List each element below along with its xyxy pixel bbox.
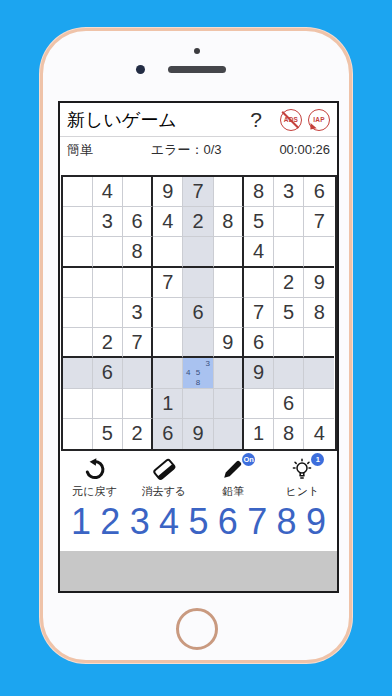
iap-restore-icon: IAP xyxy=(313,116,324,123)
cell-r4c7[interactable] xyxy=(244,268,274,298)
cell-r8c9[interactable] xyxy=(304,389,334,419)
cell-r9c2[interactable]: 5 xyxy=(93,419,123,449)
cell-r2c2[interactable]: 3 xyxy=(93,207,123,237)
cell-r8c3[interactable] xyxy=(123,389,153,419)
error-counter: エラー：0/3 xyxy=(93,141,279,159)
cell-r8c8[interactable]: 6 xyxy=(274,389,304,419)
cell-r6c7[interactable]: 6 xyxy=(244,328,274,358)
undo-label: 元に戻す xyxy=(72,484,117,499)
cell-r2c1[interactable] xyxy=(63,207,93,237)
pencil-on-badge: On xyxy=(242,453,255,466)
timer: 00:00:26 xyxy=(279,142,330,157)
hint-button[interactable]: 1 ヒント xyxy=(268,456,337,499)
sudoku-board: 4978363642857847293675827966345891652691… xyxy=(61,175,337,451)
title-bar: 新しいゲーム ? ADS IAP xyxy=(60,103,337,136)
remove-ads-button[interactable]: ADS xyxy=(280,109,302,131)
cell-r1c3[interactable] xyxy=(123,177,153,207)
cell-r3c6[interactable] xyxy=(214,237,244,267)
erase-button[interactable]: 消去する xyxy=(129,456,198,499)
cell-r5c2[interactable] xyxy=(93,298,123,328)
cell-r7c6[interactable] xyxy=(214,358,244,388)
cell-r1c7[interactable]: 8 xyxy=(244,177,274,207)
cell-r9c1[interactable] xyxy=(63,419,93,449)
cell-r6c5[interactable] xyxy=(183,328,213,358)
arrow-icon xyxy=(307,123,316,132)
number-button-6[interactable]: 6 xyxy=(218,504,238,540)
cell-r6c1[interactable] xyxy=(63,328,93,358)
cell-r2c7[interactable]: 5 xyxy=(244,207,274,237)
cell-r9c7[interactable]: 1 xyxy=(244,419,274,449)
cell-r8c6[interactable] xyxy=(214,389,244,419)
toolbar: 元に戻す 消去する On xyxy=(60,456,337,499)
cell-r1c6[interactable] xyxy=(214,177,244,207)
cell-r7c9[interactable] xyxy=(304,358,334,388)
cell-r7c2[interactable]: 6 xyxy=(93,358,123,388)
cell-r4c5[interactable] xyxy=(183,268,213,298)
cell-r3c8[interactable] xyxy=(274,237,304,267)
cell-r8c7[interactable] xyxy=(244,389,274,419)
page-title: 新しいゲーム xyxy=(67,108,177,132)
cell-r2c8[interactable] xyxy=(274,207,304,237)
cell-r3c4[interactable] xyxy=(153,237,183,267)
lightbulb-icon: 1 xyxy=(289,456,315,482)
cell-r9c6[interactable] xyxy=(214,419,244,449)
phone-frame: 新しいゲーム ? ADS IAP 簡単 エラー：0/3 00:00:26 497… xyxy=(40,28,352,663)
cell-r6c8[interactable] xyxy=(274,328,304,358)
cell-r4c1[interactable] xyxy=(63,268,93,298)
cell-r8c5[interactable] xyxy=(183,389,213,419)
number-button-2[interactable]: 2 xyxy=(100,504,120,540)
cell-r6c4[interactable] xyxy=(153,328,183,358)
cell-r3c5[interactable] xyxy=(183,237,213,267)
undo-icon xyxy=(82,456,108,482)
undo-button[interactable]: 元に戻す xyxy=(60,456,129,499)
cell-r9c4[interactable]: 6 xyxy=(153,419,183,449)
cell-r2c3[interactable]: 6 xyxy=(123,207,153,237)
status-bar: 簡単 エラー：0/3 00:00:26 xyxy=(60,136,337,162)
cell-r5c9[interactable]: 8 xyxy=(304,298,334,328)
charging-port xyxy=(171,660,227,663)
cell-r5c4[interactable] xyxy=(153,298,183,328)
cell-r4c8[interactable]: 2 xyxy=(274,268,304,298)
hint-label: ヒント xyxy=(285,484,319,499)
difficulty-label: 簡単 xyxy=(67,141,93,159)
cell-r4c3[interactable] xyxy=(123,268,153,298)
number-button-8[interactable]: 8 xyxy=(277,504,297,540)
cell-r5c5[interactable]: 6 xyxy=(183,298,213,328)
number-button-4[interactable]: 4 xyxy=(159,504,179,540)
cell-r1c2[interactable]: 4 xyxy=(93,177,123,207)
cell-r1c4[interactable]: 9 xyxy=(153,177,183,207)
cell-r7c1[interactable] xyxy=(63,358,93,388)
cell-r4c4[interactable]: 7 xyxy=(153,268,183,298)
cell-r7c8[interactable] xyxy=(274,358,304,388)
cell-r9c8[interactable]: 8 xyxy=(274,419,304,449)
hint-count-badge: 1 xyxy=(311,453,324,466)
restore-purchase-button[interactable]: IAP xyxy=(308,109,330,131)
cell-r2c6[interactable]: 8 xyxy=(214,207,244,237)
number-button-1[interactable]: 1 xyxy=(71,504,91,540)
ad-banner xyxy=(60,551,337,591)
cell-r3c9[interactable] xyxy=(304,237,334,267)
cell-r3c7[interactable]: 4 xyxy=(244,237,274,267)
help-button[interactable]: ? xyxy=(250,108,262,132)
cell-r3c2[interactable] xyxy=(93,237,123,267)
cell-r5c6[interactable] xyxy=(214,298,244,328)
pencil-label: 鉛筆 xyxy=(222,484,244,499)
cell-r8c4[interactable]: 1 xyxy=(153,389,183,419)
cell-r3c3[interactable]: 8 xyxy=(123,237,153,267)
front-camera-icon xyxy=(136,65,145,74)
cell-r9c9[interactable]: 4 xyxy=(304,419,334,449)
cell-r6c6[interactable]: 9 xyxy=(214,328,244,358)
cell-r6c3[interactable]: 7 xyxy=(123,328,153,358)
cell-r9c3[interactable]: 2 xyxy=(123,419,153,449)
app-screen: 新しいゲーム ? ADS IAP 簡単 エラー：0/3 00:00:26 497… xyxy=(58,101,339,593)
number-button-5[interactable]: 5 xyxy=(188,504,208,540)
cell-r1c8[interactable]: 3 xyxy=(274,177,304,207)
cell-r7c3[interactable] xyxy=(123,358,153,388)
cell-r1c1[interactable] xyxy=(63,177,93,207)
cell-r8c1[interactable] xyxy=(63,389,93,419)
cell-r5c3[interactable]: 3 xyxy=(123,298,153,328)
cell-r5c1[interactable] xyxy=(63,298,93,328)
number-button-3[interactable]: 3 xyxy=(130,504,150,540)
eraser-icon xyxy=(151,456,177,482)
cell-r9c5[interactable]: 9 xyxy=(183,419,213,449)
number-button-9[interactable]: 9 xyxy=(306,504,326,540)
board-container: 4978363642857847293675827966345891652691… xyxy=(60,175,337,451)
cell-r1c5[interactable]: 7 xyxy=(183,177,213,207)
cell-r2c4[interactable]: 4 xyxy=(153,207,183,237)
cell-r7c5[interactable]: 3458 xyxy=(183,358,213,388)
cell-r4c6[interactable] xyxy=(214,268,244,298)
pencil-button[interactable]: On 鉛筆 xyxy=(199,456,268,499)
cell-r6c9[interactable] xyxy=(304,328,334,358)
cell-r7c4[interactable] xyxy=(153,358,183,388)
proximity-sensor-icon xyxy=(194,48,200,54)
cell-r3c1[interactable] xyxy=(63,237,93,267)
number-button-7[interactable]: 7 xyxy=(247,504,267,540)
pencil-marks: 3458 xyxy=(183,358,212,387)
cell-r7c7[interactable]: 9 xyxy=(244,358,274,388)
cell-r2c5[interactable]: 2 xyxy=(183,207,213,237)
cell-r4c2[interactable] xyxy=(93,268,123,298)
number-pad: 1 2 3 4 5 6 7 8 9 xyxy=(60,504,337,540)
erase-label: 消去する xyxy=(142,484,187,499)
cell-r1c9[interactable]: 6 xyxy=(304,177,334,207)
pencil-icon: On xyxy=(220,456,246,482)
cell-r6c2[interactable]: 2 xyxy=(93,328,123,358)
cell-r2c9[interactable]: 7 xyxy=(304,207,334,237)
cell-r4c9[interactable]: 9 xyxy=(304,268,334,298)
cell-r8c2[interactable] xyxy=(93,389,123,419)
home-button[interactable] xyxy=(176,608,218,650)
earpiece-speaker xyxy=(168,66,226,73)
cell-r5c8[interactable]: 5 xyxy=(274,298,304,328)
cell-r5c7[interactable]: 7 xyxy=(244,298,274,328)
